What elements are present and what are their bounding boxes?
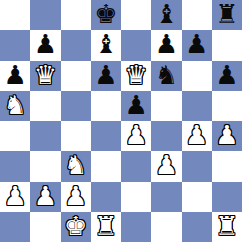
square-h1[interactable]: ♜: [212, 212, 242, 242]
square-g6[interactable]: [182, 61, 212, 91]
square-c6[interactable]: [61, 61, 91, 91]
square-d7[interactable]: ♝: [91, 30, 121, 60]
square-a5[interactable]: ♞: [0, 91, 30, 121]
square-f1[interactable]: [151, 212, 181, 242]
square-f3[interactable]: ♟: [151, 151, 181, 181]
square-e8[interactable]: [121, 0, 151, 30]
square-a1[interactable]: [0, 212, 30, 242]
square-c4[interactable]: [61, 121, 91, 151]
square-f4[interactable]: [151, 121, 181, 151]
piece-black-rook: ♜: [215, 1, 238, 27]
square-e6[interactable]: ♛: [121, 61, 151, 91]
square-g3[interactable]: [182, 151, 212, 181]
square-d1[interactable]: ♜: [91, 212, 121, 242]
square-b6[interactable]: ♛: [30, 61, 60, 91]
square-h2[interactable]: [212, 182, 242, 212]
piece-black-knight: ♞: [155, 62, 178, 88]
square-h7[interactable]: [212, 30, 242, 60]
piece-black-pawn: ♟: [34, 31, 57, 57]
square-d6[interactable]: ♟: [91, 61, 121, 91]
square-f8[interactable]: ♝: [151, 0, 181, 30]
square-b4[interactable]: [30, 121, 60, 151]
square-f6[interactable]: ♞: [151, 61, 181, 91]
piece-black-pawn: ♟: [3, 62, 26, 88]
piece-black-pawn: ♟: [155, 31, 178, 57]
piece-white-rook: ♜: [215, 213, 238, 239]
square-g8[interactable]: [182, 0, 212, 30]
piece-white-queen: ♛: [124, 62, 147, 88]
square-c3[interactable]: ♞: [61, 151, 91, 181]
square-a3[interactable]: [0, 151, 30, 181]
square-d3[interactable]: [91, 151, 121, 181]
square-h3[interactable]: [212, 151, 242, 181]
square-f2[interactable]: [151, 182, 181, 212]
square-c7[interactable]: [61, 30, 91, 60]
square-c2[interactable]: ♟: [61, 182, 91, 212]
square-d5[interactable]: [91, 91, 121, 121]
piece-white-king: ♚: [64, 213, 87, 239]
square-g1[interactable]: [182, 212, 212, 242]
square-b2[interactable]: ♟: [30, 182, 60, 212]
piece-white-pawn: ♟: [185, 122, 208, 148]
square-d4[interactable]: [91, 121, 121, 151]
square-e3[interactable]: [121, 151, 151, 181]
square-e5[interactable]: ♟: [121, 91, 151, 121]
square-b1[interactable]: [30, 212, 60, 242]
piece-white-pawn: ♟: [64, 183, 87, 209]
piece-black-pawn: ♟: [185, 31, 208, 57]
square-g2[interactable]: [182, 182, 212, 212]
square-a6[interactable]: ♟: [0, 61, 30, 91]
square-e2[interactable]: [121, 182, 151, 212]
square-a4[interactable]: [0, 121, 30, 151]
piece-black-pawn: ♟: [94, 62, 117, 88]
square-h6[interactable]: ♟: [212, 61, 242, 91]
piece-white-pawn: ♟: [215, 122, 238, 148]
square-h4[interactable]: ♟: [212, 121, 242, 151]
square-c8[interactable]: [61, 0, 91, 30]
square-b7[interactable]: ♟: [30, 30, 60, 60]
chess-board: ♚♝♜♟♝♟♟♟♛♟♛♞♟♞♟♟♟♟♞♟♟♟♟♚♜♜: [0, 0, 242, 242]
square-c5[interactable]: [61, 91, 91, 121]
square-h8[interactable]: ♜: [212, 0, 242, 30]
square-g5[interactable]: [182, 91, 212, 121]
square-f7[interactable]: ♟: [151, 30, 181, 60]
square-d8[interactable]: ♚: [91, 0, 121, 30]
piece-white-pawn: ♟: [155, 152, 178, 178]
piece-white-queen: ♛: [34, 62, 57, 88]
square-b5[interactable]: [30, 91, 60, 121]
piece-black-pawn: ♟: [215, 62, 238, 88]
square-f5[interactable]: [151, 91, 181, 121]
piece-black-king: ♚: [94, 1, 117, 27]
square-a7[interactable]: [0, 30, 30, 60]
square-b8[interactable]: [30, 0, 60, 30]
square-e7[interactable]: [121, 30, 151, 60]
square-c1[interactable]: ♚: [61, 212, 91, 242]
piece-black-bishop: ♝: [155, 1, 178, 27]
piece-white-pawn: ♟: [3, 183, 26, 209]
square-a8[interactable]: [0, 0, 30, 30]
square-a2[interactable]: ♟: [0, 182, 30, 212]
square-h5[interactable]: [212, 91, 242, 121]
piece-white-knight: ♞: [3, 92, 26, 118]
piece-white-pawn: ♟: [124, 122, 147, 148]
square-d2[interactable]: [91, 182, 121, 212]
piece-black-pawn: ♟: [124, 92, 147, 118]
piece-black-bishop: ♝: [94, 31, 117, 57]
square-g4[interactable]: ♟: [182, 121, 212, 151]
screenshot-stage: ♚♝♜♟♝♟♟♟♛♟♛♞♟♞♟♟♟♟♞♟♟♟♟♚♜♜: [0, 0, 242, 242]
square-e1[interactable]: [121, 212, 151, 242]
piece-white-rook: ♜: [94, 213, 117, 239]
piece-white-knight: ♞: [64, 152, 87, 178]
square-e4[interactable]: ♟: [121, 121, 151, 151]
piece-white-pawn: ♟: [34, 183, 57, 209]
square-b3[interactable]: [30, 151, 60, 181]
square-g7[interactable]: ♟: [182, 30, 212, 60]
